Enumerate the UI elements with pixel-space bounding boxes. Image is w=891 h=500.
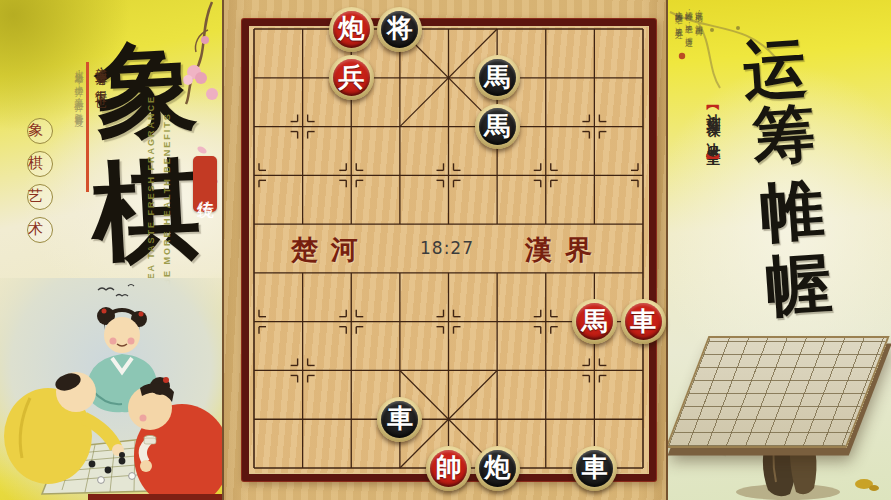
- calligraphy-char: 运: [741, 36, 809, 104]
- piece-glyph: 馬: [484, 65, 510, 91]
- piece-glyph: 車: [630, 309, 656, 335]
- piece-disc: 馬: [479, 108, 516, 145]
- bracket-quote-text: 计划筹谋，决胜千里: [706, 103, 721, 144]
- red-rule-line: [86, 62, 89, 192]
- xiangqi-app-screen: { "game": "xiangqi", "position": { "fen"…: [0, 0, 891, 500]
- tradition-seal: 传统: [193, 156, 217, 212]
- piece-disc: 馬: [576, 303, 613, 340]
- river-label-han-jie: 漢界: [525, 232, 605, 268]
- piece-glyph: 車: [387, 406, 413, 432]
- piece-disc: 炮: [333, 11, 370, 48]
- children-playing-illustration: [0, 278, 222, 500]
- river-label-chu-he: 楚河: [291, 232, 371, 268]
- piece-black-車[interactable]: 車: [572, 446, 617, 491]
- piece-glyph: 帥: [436, 455, 462, 481]
- piece-disc: 馬: [479, 59, 516, 96]
- piece-black-炮[interactable]: 炮: [475, 446, 520, 491]
- piece-red-馬[interactable]: 馬: [572, 299, 617, 344]
- faint-quote-text: 棋之乐趣，小博弈，平常心游弈，胜负皆有度: [72, 64, 85, 294]
- piece-glyph: 炮: [484, 455, 510, 481]
- motto-char: 象: [27, 118, 53, 144]
- close-bracket: 】: [706, 144, 721, 147]
- red-quote-text: 善博弈者，得天下也: [92, 58, 109, 258]
- piece-disc: 将: [381, 11, 418, 48]
- piece-glyph: 車: [581, 455, 607, 481]
- motto-char: 术: [27, 217, 53, 243]
- piece-black-馬[interactable]: 馬: [475, 104, 520, 149]
- right-poster-panel: 夫运筹帷幄之中，决胜千里之外 运筹帷幄，决胜千里，博弈之道 谋定而后动，知止而有…: [668, 0, 891, 500]
- piece-red-兵[interactable]: 兵: [329, 55, 374, 100]
- piece-disc: 車: [576, 450, 613, 487]
- piece-red-車[interactable]: 車: [621, 299, 666, 344]
- piece-glyph: 炮: [338, 16, 364, 42]
- piece-disc: 車: [625, 303, 662, 340]
- piece-disc: 炮: [479, 450, 516, 487]
- xiangqi-board[interactable]: 楚河 18:27 漢界 炮将兵馬馬馬車車帥炮車: [242, 19, 656, 481]
- calligraphy-char: 帷: [758, 178, 826, 246]
- calligraphy-char: 筹: [751, 102, 817, 168]
- piece-black-車[interactable]: 車: [377, 397, 422, 442]
- piece-red-炮[interactable]: 炮: [329, 7, 374, 52]
- piece-black-将[interactable]: 将: [377, 7, 422, 52]
- circled-motto-column: 象 棋 艺 术: [27, 118, 53, 250]
- left-poster-panel: 象 棋 传统 象 棋 艺 术 善博弈者，得天下也 棋之乐趣，小博弈，平常心游弈，…: [0, 0, 222, 500]
- piece-glyph: 馬: [484, 114, 510, 140]
- piece-disc: 兵: [333, 59, 370, 96]
- piece-glyph: 馬: [581, 309, 607, 335]
- piece-glyph: 兵: [338, 65, 364, 91]
- piece-red-帥[interactable]: 帥: [426, 446, 471, 491]
- game-timer: 18:27: [409, 238, 485, 258]
- piece-disc: 車: [381, 401, 418, 438]
- motto-char: 艺: [27, 184, 53, 210]
- piece-glyph: 将: [387, 16, 413, 42]
- motto-char: 棋: [27, 151, 53, 177]
- piece-black-馬[interactable]: 馬: [475, 55, 520, 100]
- piece-disc: 帥: [430, 450, 467, 487]
- board-zone: 楚河 18:27 漢界 炮将兵馬馬馬車車帥炮車: [222, 0, 668, 500]
